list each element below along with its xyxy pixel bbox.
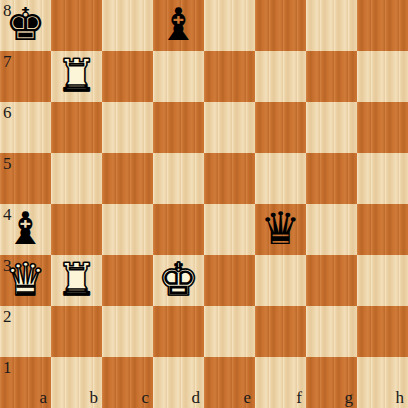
square-f1[interactable]: f <box>255 357 306 408</box>
rank-label-1: 1 <box>3 359 12 376</box>
square-a5[interactable]: 5 <box>0 153 51 204</box>
square-d6[interactable] <box>153 102 204 153</box>
square-c2[interactable] <box>102 306 153 357</box>
white-queen[interactable]: ♛ <box>0 255 51 306</box>
rank-label-6: 6 <box>3 104 12 121</box>
square-b6[interactable] <box>51 102 102 153</box>
square-h6[interactable] <box>357 102 408 153</box>
square-b4[interactable] <box>51 204 102 255</box>
square-c7[interactable] <box>102 51 153 102</box>
square-b3[interactable]: ♜ <box>51 255 102 306</box>
square-d2[interactable] <box>153 306 204 357</box>
square-a6[interactable]: 6 <box>0 102 51 153</box>
square-d8[interactable]: ♝ <box>153 0 204 51</box>
square-g1[interactable]: g <box>306 357 357 408</box>
square-d5[interactable] <box>153 153 204 204</box>
square-c4[interactable] <box>102 204 153 255</box>
white-rook[interactable]: ♜ <box>51 51 102 102</box>
white-rook[interactable]: ♜ <box>51 255 102 306</box>
square-e1[interactable]: e <box>204 357 255 408</box>
square-e4[interactable] <box>204 204 255 255</box>
square-a8[interactable]: 8♚ <box>0 0 51 51</box>
file-label-h: h <box>396 389 405 406</box>
square-g2[interactable] <box>306 306 357 357</box>
rank-label-7: 7 <box>3 53 12 70</box>
square-e3[interactable] <box>204 255 255 306</box>
square-f7[interactable] <box>255 51 306 102</box>
square-h7[interactable] <box>357 51 408 102</box>
black-bishop[interactable]: ♝ <box>153 0 204 51</box>
black-queen[interactable]: ♛ <box>255 204 306 255</box>
square-g7[interactable] <box>306 51 357 102</box>
black-bishop[interactable]: ♝ <box>0 204 51 255</box>
square-d7[interactable] <box>153 51 204 102</box>
rank-label-2: 2 <box>3 308 12 325</box>
square-a2[interactable]: 2 <box>0 306 51 357</box>
square-b8[interactable] <box>51 0 102 51</box>
square-b1[interactable]: b <box>51 357 102 408</box>
square-h5[interactable] <box>357 153 408 204</box>
square-g6[interactable] <box>306 102 357 153</box>
square-f4[interactable]: ♛ <box>255 204 306 255</box>
white-king[interactable]: ♚ <box>153 255 204 306</box>
square-d3[interactable]: ♚ <box>153 255 204 306</box>
file-label-g: g <box>345 389 354 406</box>
square-c3[interactable] <box>102 255 153 306</box>
square-c1[interactable]: c <box>102 357 153 408</box>
square-f5[interactable] <box>255 153 306 204</box>
square-h2[interactable] <box>357 306 408 357</box>
square-g8[interactable] <box>306 0 357 51</box>
square-c5[interactable] <box>102 153 153 204</box>
square-d4[interactable] <box>153 204 204 255</box>
square-f3[interactable] <box>255 255 306 306</box>
square-g3[interactable] <box>306 255 357 306</box>
file-label-e: e <box>243 389 251 406</box>
square-c8[interactable] <box>102 0 153 51</box>
square-a7[interactable]: 7 <box>0 51 51 102</box>
file-label-b: b <box>90 389 99 406</box>
square-b2[interactable] <box>51 306 102 357</box>
file-label-f: f <box>296 389 302 406</box>
rank-label-5: 5 <box>3 155 12 172</box>
file-label-c: c <box>141 389 149 406</box>
square-f6[interactable] <box>255 102 306 153</box>
square-a3[interactable]: 3♛ <box>0 255 51 306</box>
square-h1[interactable]: h <box>357 357 408 408</box>
chess-board: 8♚♝7♜654♝♛3♛♜♚21abcdefgh <box>0 0 408 408</box>
square-e7[interactable] <box>204 51 255 102</box>
square-e2[interactable] <box>204 306 255 357</box>
square-e8[interactable] <box>204 0 255 51</box>
square-e5[interactable] <box>204 153 255 204</box>
square-g4[interactable] <box>306 204 357 255</box>
square-b7[interactable]: ♜ <box>51 51 102 102</box>
black-king[interactable]: ♚ <box>0 0 51 51</box>
square-f2[interactable] <box>255 306 306 357</box>
square-d1[interactable]: d <box>153 357 204 408</box>
square-h8[interactable] <box>357 0 408 51</box>
square-h3[interactable] <box>357 255 408 306</box>
square-b5[interactable] <box>51 153 102 204</box>
file-label-a: a <box>39 389 47 406</box>
square-c6[interactable] <box>102 102 153 153</box>
square-f8[interactable] <box>255 0 306 51</box>
square-a4[interactable]: 4♝ <box>0 204 51 255</box>
square-a1[interactable]: 1a <box>0 357 51 408</box>
square-g5[interactable] <box>306 153 357 204</box>
square-h4[interactable] <box>357 204 408 255</box>
square-e6[interactable] <box>204 102 255 153</box>
file-label-d: d <box>192 389 201 406</box>
